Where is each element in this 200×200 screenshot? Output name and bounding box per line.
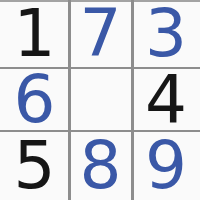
sudoku-digit: 9 xyxy=(145,133,187,199)
sudoku-digit: 3 xyxy=(145,1,187,67)
sudoku-cell-r1-c1[interactable] xyxy=(69,68,132,131)
sudoku-cell-r2-c0[interactable]: 5 xyxy=(0,131,69,200)
sudoku-board: 17364589 xyxy=(0,0,200,200)
sudoku-cell-r0-c0[interactable]: 1 xyxy=(0,0,69,68)
sudoku-cell-r1-c2[interactable]: 4 xyxy=(132,68,200,131)
sudoku-digit: 8 xyxy=(80,133,122,199)
sudoku-digit: 5 xyxy=(14,133,56,199)
sudoku-cell-r0-c1[interactable]: 7 xyxy=(69,0,132,68)
sudoku-cell-r2-c2[interactable]: 9 xyxy=(132,131,200,200)
sudoku-digit: 6 xyxy=(14,67,56,133)
sudoku-digit: 7 xyxy=(80,1,122,67)
sudoku-board-cells: 17364589 xyxy=(0,0,200,200)
sudoku-digit: 1 xyxy=(14,1,56,67)
sudoku-cell-r0-c2[interactable]: 3 xyxy=(132,0,200,68)
sudoku-cell-r1-c0[interactable]: 6 xyxy=(0,68,69,131)
sudoku-digit: 4 xyxy=(145,67,187,133)
sudoku-cell-r2-c1[interactable]: 8 xyxy=(69,131,132,200)
